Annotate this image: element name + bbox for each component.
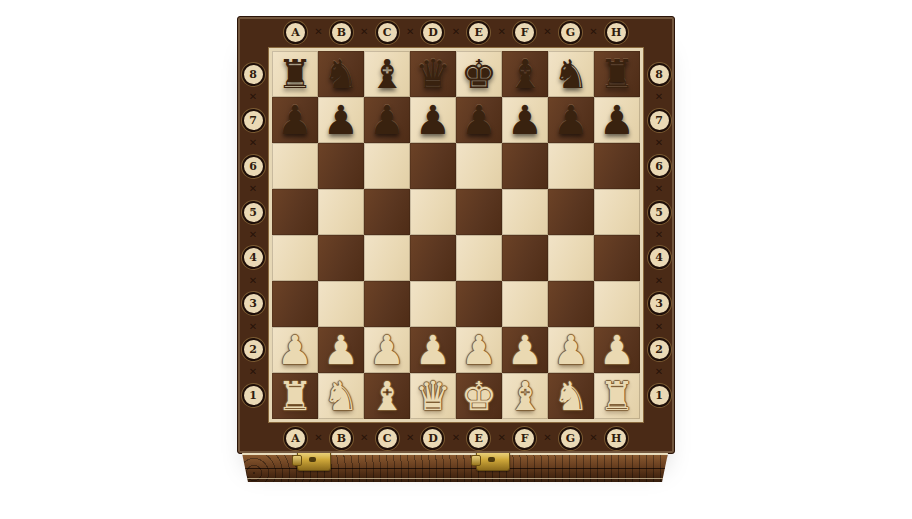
square-c7[interactable]: ♟	[364, 97, 410, 143]
brass-clasp-left	[297, 450, 331, 471]
black-pawn[interactable]: ♟	[456, 97, 502, 143]
scroll-motif-icon: ✕	[655, 230, 663, 240]
board-border: A✕B✕C✕D✕E✕F✕G✕H A✕B✕C✕D✕E✕F✕G✕H 8✕7✕6✕5✕…	[237, 16, 675, 454]
square-c8[interactable]: ♝	[364, 51, 410, 97]
scroll-motif-icon: ✕	[406, 27, 414, 37]
black-pawn[interactable]: ♟	[594, 97, 640, 143]
square-d7[interactable]: ♟	[410, 97, 456, 143]
black-pawn[interactable]: ♟	[502, 97, 548, 143]
white-pawn[interactable]: ♟	[410, 327, 456, 373]
file-label-d: D	[421, 21, 444, 44]
black-queen[interactable]: ♛	[410, 51, 456, 97]
black-pawn[interactable]: ♟	[548, 97, 594, 143]
white-pawn[interactable]: ♟	[548, 327, 594, 373]
square-d3[interactable]	[410, 281, 456, 327]
scroll-motif-icon: ✕	[406, 433, 414, 443]
square-h8[interactable]: ♜	[594, 51, 640, 97]
rank-label-8: 8	[242, 63, 265, 86]
rank-label-4: 4	[648, 246, 671, 269]
black-rook[interactable]: ♜	[272, 51, 318, 97]
file-labels-far: A✕B✕C✕D✕E✕F✕G✕H	[272, 17, 640, 47]
file-label-h: H	[605, 427, 628, 450]
separator-frame: ♜♞♝♛♚♝♞♜♟♟♟♟♟♟♟♟♟♟♟♟♟♟♟♟♜♞♝♛♚♝♞♜	[268, 47, 644, 423]
black-rook[interactable]: ♜	[594, 51, 640, 97]
rank-label-1: 1	[648, 384, 671, 407]
square-f7[interactable]: ♟	[502, 97, 548, 143]
file-label-c: C	[376, 427, 399, 450]
scroll-motif-icon: ✕	[498, 27, 506, 37]
square-d4[interactable]	[410, 235, 456, 281]
square-g1[interactable]: ♞	[548, 373, 594, 419]
rank-label-4: 4	[242, 246, 265, 269]
rank-label-5: 5	[242, 201, 265, 224]
scroll-motif-icon: ✕	[543, 433, 551, 443]
square-c6[interactable]	[364, 143, 410, 189]
square-f8[interactable]: ♝	[502, 51, 548, 97]
file-labels-near: A✕B✕C✕D✕E✕F✕G✕H	[272, 423, 640, 453]
box-front-edge	[242, 453, 668, 482]
file-label-a: A	[284, 427, 307, 450]
file-label-h: H	[605, 21, 628, 44]
rank-label-2: 2	[242, 338, 265, 361]
file-label-f: F	[513, 427, 536, 450]
white-pawn[interactable]: ♟	[272, 327, 318, 373]
scroll-motif-icon: ✕	[314, 27, 322, 37]
brass-clasp-right	[476, 450, 510, 471]
square-a7[interactable]: ♟	[272, 97, 318, 143]
square-c5[interactable]	[364, 189, 410, 235]
black-king[interactable]: ♚	[456, 51, 502, 97]
white-rook[interactable]: ♜	[594, 373, 640, 419]
square-g2[interactable]: ♟	[548, 327, 594, 373]
rank-label-7: 7	[242, 109, 265, 132]
square-g8[interactable]: ♞	[548, 51, 594, 97]
scroll-motif-icon: ✕	[360, 27, 368, 37]
square-e5[interactable]	[456, 189, 502, 235]
square-h2[interactable]: ♟	[594, 327, 640, 373]
square-b6[interactable]	[318, 143, 364, 189]
square-a6[interactable]	[272, 143, 318, 189]
square-d2[interactable]: ♟	[410, 327, 456, 373]
scroll-motif-icon: ✕	[249, 184, 257, 194]
square-f5[interactable]	[502, 189, 548, 235]
scroll-motif-icon: ✕	[655, 276, 663, 286]
white-bishop[interactable]: ♝	[364, 373, 410, 419]
square-b7[interactable]: ♟	[318, 97, 364, 143]
scroll-motif-icon: ✕	[452, 433, 460, 443]
square-e4[interactable]	[456, 235, 502, 281]
scroll-motif-icon: ✕	[249, 92, 257, 102]
square-c1[interactable]: ♝	[364, 373, 410, 419]
file-label-g: G	[559, 427, 582, 450]
square-c4[interactable]	[364, 235, 410, 281]
file-label-e: E	[467, 21, 490, 44]
scroll-motif-icon: ✕	[249, 276, 257, 286]
rank-label-2: 2	[648, 338, 671, 361]
square-h5[interactable]	[594, 189, 640, 235]
square-a4[interactable]	[272, 235, 318, 281]
file-label-f: F	[513, 21, 536, 44]
white-pawn[interactable]: ♟	[364, 327, 410, 373]
file-label-d: D	[421, 427, 444, 450]
scroll-motif-icon: ✕	[589, 27, 597, 37]
black-bishop[interactable]: ♝	[364, 51, 410, 97]
black-pawn[interactable]: ♟	[318, 97, 364, 143]
white-rook[interactable]: ♜	[272, 373, 318, 419]
square-c3[interactable]	[364, 281, 410, 327]
white-pawn[interactable]: ♟	[318, 327, 364, 373]
black-bishop[interactable]: ♝	[502, 51, 548, 97]
square-e2[interactable]: ♟	[456, 327, 502, 373]
scroll-motif-icon: ✕	[655, 138, 663, 148]
black-knight[interactable]: ♞	[318, 51, 364, 97]
scroll-motif-icon: ✕	[543, 27, 551, 37]
scene: A✕B✕C✕D✕E✕F✕G✕H A✕B✕C✕D✕E✕F✕G✕H 8✕7✕6✕5✕…	[0, 0, 912, 519]
square-h6[interactable]	[594, 143, 640, 189]
rank-label-7: 7	[648, 109, 671, 132]
square-e7[interactable]: ♟	[456, 97, 502, 143]
black-pawn[interactable]: ♟	[364, 97, 410, 143]
square-e8[interactable]: ♚	[456, 51, 502, 97]
square-g5[interactable]	[548, 189, 594, 235]
white-king[interactable]: ♚	[456, 373, 502, 419]
scroll-motif-icon: ✕	[452, 27, 460, 37]
scroll-motif-icon: ✕	[360, 433, 368, 443]
scroll-motif-icon: ✕	[249, 322, 257, 332]
square-a2[interactable]: ♟	[272, 327, 318, 373]
square-a3[interactable]	[272, 281, 318, 327]
white-knight[interactable]: ♞	[318, 373, 364, 419]
rank-label-8: 8	[648, 63, 671, 86]
square-h4[interactable]	[594, 235, 640, 281]
square-f6[interactable]	[502, 143, 548, 189]
square-b5[interactable]	[318, 189, 364, 235]
square-f3[interactable]	[502, 281, 548, 327]
square-a8[interactable]: ♜	[272, 51, 318, 97]
square-d5[interactable]	[410, 189, 456, 235]
board-field: ♜♞♝♛♚♝♞♜♟♟♟♟♟♟♟♟♟♟♟♟♟♟♟♟♜♞♝♛♚♝♞♜	[272, 51, 640, 419]
black-knight[interactable]: ♞	[548, 51, 594, 97]
scroll-motif-icon: ✕	[589, 433, 597, 443]
scroll-motif-icon: ✕	[655, 322, 663, 332]
rank-label-3: 3	[242, 292, 265, 315]
square-d6[interactable]	[410, 143, 456, 189]
white-bishop[interactable]: ♝	[502, 373, 548, 419]
square-g6[interactable]	[548, 143, 594, 189]
file-label-g: G	[559, 21, 582, 44]
scroll-motif-icon: ✕	[498, 433, 506, 443]
rank-label-6: 6	[242, 155, 265, 178]
square-d1[interactable]: ♛	[410, 373, 456, 419]
file-label-e: E	[467, 427, 490, 450]
scroll-motif-icon: ✕	[314, 433, 322, 443]
rank-label-6: 6	[648, 155, 671, 178]
chess-board: A✕B✕C✕D✕E✕F✕G✕H A✕B✕C✕D✕E✕F✕G✕H 8✕7✕6✕5✕…	[237, 16, 675, 454]
square-a1[interactable]: ♜	[272, 373, 318, 419]
scroll-motif-icon: ✕	[655, 92, 663, 102]
scroll-motif-icon: ✕	[655, 184, 663, 194]
square-g7[interactable]: ♟	[548, 97, 594, 143]
square-h7[interactable]: ♟	[594, 97, 640, 143]
file-label-b: B	[330, 427, 353, 450]
file-label-b: B	[330, 21, 353, 44]
square-a5[interactable]	[272, 189, 318, 235]
square-d8[interactable]: ♛	[410, 51, 456, 97]
black-pawn[interactable]: ♟	[272, 97, 318, 143]
white-pawn[interactable]: ♟	[594, 327, 640, 373]
file-label-a: A	[284, 21, 307, 44]
scroll-motif-icon: ✕	[249, 367, 257, 377]
scroll-motif-icon: ✕	[249, 138, 257, 148]
black-pawn[interactable]: ♟	[410, 97, 456, 143]
square-b3[interactable]	[318, 281, 364, 327]
white-knight[interactable]: ♞	[548, 373, 594, 419]
square-f1[interactable]: ♝	[502, 373, 548, 419]
white-queen[interactable]: ♛	[410, 373, 456, 419]
square-b8[interactable]: ♞	[318, 51, 364, 97]
square-b1[interactable]: ♞	[318, 373, 364, 419]
square-f2[interactable]: ♟	[502, 327, 548, 373]
rank-label-5: 5	[648, 201, 671, 224]
rank-labels-left: 8✕7✕6✕5✕4✕3✕2✕1	[238, 51, 268, 419]
square-b4[interactable]	[318, 235, 364, 281]
square-e1[interactable]: ♚	[456, 373, 502, 419]
rank-labels-right: 8✕7✕6✕5✕4✕3✕2✕1	[644, 51, 674, 419]
square-c2[interactable]: ♟	[364, 327, 410, 373]
square-f4[interactable]	[502, 235, 548, 281]
white-pawn[interactable]: ♟	[502, 327, 548, 373]
file-label-c: C	[376, 21, 399, 44]
scroll-motif-icon: ✕	[655, 367, 663, 377]
square-e3[interactable]	[456, 281, 502, 327]
square-g4[interactable]	[548, 235, 594, 281]
scroll-motif-icon: ✕	[249, 230, 257, 240]
rank-label-1: 1	[242, 384, 265, 407]
square-g3[interactable]	[548, 281, 594, 327]
square-e6[interactable]	[456, 143, 502, 189]
square-h1[interactable]: ♜	[594, 373, 640, 419]
rank-label-3: 3	[648, 292, 671, 315]
square-b2[interactable]: ♟	[318, 327, 364, 373]
white-pawn[interactable]: ♟	[456, 327, 502, 373]
square-h3[interactable]	[594, 281, 640, 327]
